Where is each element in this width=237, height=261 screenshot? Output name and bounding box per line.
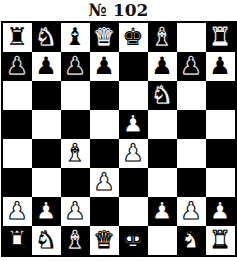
- square-b6: [32, 81, 61, 110]
- square-d6: [90, 81, 119, 110]
- white-pawn: ♟: [35, 197, 57, 226]
- square-h3: [206, 168, 235, 197]
- square-b5: [32, 110, 61, 139]
- square-h5: [206, 110, 235, 139]
- square-a7: ♟: [3, 52, 32, 81]
- square-f1: [148, 226, 177, 255]
- square-d2: [90, 197, 119, 226]
- square-e4: ♟: [119, 139, 148, 168]
- square-h6: [206, 81, 235, 110]
- white-pawn: ♟: [151, 197, 173, 226]
- black-pawn: ♟: [64, 52, 86, 81]
- square-h2: ♟: [206, 197, 235, 226]
- white-knight: ♞: [35, 226, 57, 255]
- white-rook: ♜: [209, 226, 231, 255]
- square-d8: ♛: [90, 23, 119, 52]
- square-e6: [119, 81, 148, 110]
- black-pawn: ♟: [6, 52, 28, 81]
- diagram-number-title: № 102: [0, 0, 237, 21]
- black-bishop: ♝: [64, 226, 86, 255]
- square-c2: ♟: [61, 197, 90, 226]
- square-a2: ♟: [3, 197, 32, 226]
- square-d1: ♛: [90, 226, 119, 255]
- square-e5: ♟: [119, 110, 148, 139]
- white-rook: ♜: [6, 226, 28, 255]
- square-f8: ♝: [148, 23, 177, 52]
- square-c6: [61, 81, 90, 110]
- white-pawn: ♟: [122, 139, 144, 168]
- square-b4: [32, 139, 61, 168]
- square-f5: [148, 110, 177, 139]
- square-h4: [206, 139, 235, 168]
- square-g4: [177, 139, 206, 168]
- black-bishop: ♝: [64, 23, 86, 52]
- square-f4: [148, 139, 177, 168]
- black-knight: ♞: [35, 23, 57, 52]
- square-g1: ♞: [177, 226, 206, 255]
- black-rook: ♜: [209, 23, 231, 52]
- square-a4: [3, 139, 32, 168]
- square-f2: ♟: [148, 197, 177, 226]
- square-g7: ♟: [177, 52, 206, 81]
- square-d4: [90, 139, 119, 168]
- square-e7: [119, 52, 148, 81]
- square-g5: [177, 110, 206, 139]
- square-c7: ♟: [61, 52, 90, 81]
- square-a6: [3, 81, 32, 110]
- white-pawn: ♟: [209, 197, 231, 226]
- black-knight: ♞: [151, 81, 173, 110]
- square-g8: [177, 23, 206, 52]
- white-pawn: ♟: [93, 168, 115, 197]
- square-g3: [177, 168, 206, 197]
- square-c8: ♝: [61, 23, 90, 52]
- square-b1: ♞: [32, 226, 61, 255]
- square-d5: [90, 110, 119, 139]
- square-b7: ♟: [32, 52, 61, 81]
- black-queen: ♛: [93, 23, 115, 52]
- square-h7: ♟: [206, 52, 235, 81]
- square-a5: [3, 110, 32, 139]
- square-h1: ♜: [206, 226, 235, 255]
- chess-board: ♜♞♝♛♚♝♜♟♟♟♟♟♟♟♞♟♝♟♟♟♟♟♟♟♟♜♞♝♛♚♞♜: [1, 21, 237, 257]
- square-f6: ♞: [148, 81, 177, 110]
- square-e2: [119, 197, 148, 226]
- square-f3: [148, 168, 177, 197]
- black-king: ♚: [122, 23, 144, 52]
- square-f7: ♟: [148, 52, 177, 81]
- black-bishop: ♝: [151, 23, 173, 52]
- black-pawn: ♟: [93, 52, 115, 81]
- white-pawn: ♟: [6, 197, 28, 226]
- square-a3: [3, 168, 32, 197]
- black-rook: ♜: [6, 23, 28, 52]
- square-c3: [61, 168, 90, 197]
- white-knight: ♞: [180, 226, 202, 255]
- white-pawn: ♟: [64, 197, 86, 226]
- square-b3: [32, 168, 61, 197]
- square-b2: ♟: [32, 197, 61, 226]
- square-c4: ♝: [61, 139, 90, 168]
- white-bishop: ♝: [64, 139, 86, 168]
- black-pawn: ♟: [180, 52, 202, 81]
- square-e8: ♚: [119, 23, 148, 52]
- square-c5: [61, 110, 90, 139]
- square-g2: ♟: [177, 197, 206, 226]
- black-pawn: ♟: [209, 52, 231, 81]
- black-pawn: ♟: [35, 52, 57, 81]
- white-pawn: ♟: [122, 110, 144, 139]
- square-e3: [119, 168, 148, 197]
- square-d3: ♟: [90, 168, 119, 197]
- black-pawn: ♟: [151, 52, 173, 81]
- square-a8: ♜: [3, 23, 32, 52]
- square-e1: ♚: [119, 226, 148, 255]
- square-h8: ♜: [206, 23, 235, 52]
- square-c1: ♝: [61, 226, 90, 255]
- square-b8: ♞: [32, 23, 61, 52]
- square-d7: ♟: [90, 52, 119, 81]
- white-pawn: ♟: [180, 197, 202, 226]
- chess-diagram-page: № 102 ♜♞♝♛♚♝♜♟♟♟♟♟♟♟♞♟♝♟♟♟♟♟♟♟♟♜♞♝♛♚♞♜: [0, 0, 237, 261]
- white-queen: ♛: [93, 226, 115, 255]
- square-a1: ♜: [3, 226, 32, 255]
- square-g6: [177, 81, 206, 110]
- white-king: ♚: [122, 226, 144, 255]
